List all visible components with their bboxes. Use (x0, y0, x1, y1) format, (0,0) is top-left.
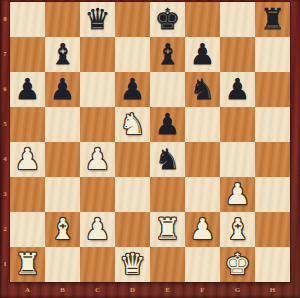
square-c3[interactable] (80, 177, 115, 212)
square-h2[interactable] (255, 212, 290, 247)
square-a6[interactable]: ♟ (10, 72, 45, 107)
chess-board[interactable]: ♛♚♜♝♝♟♟♟♟♞♟♞♟♟♟♞♟♝♟♜♟♝♜♛♚ (10, 2, 290, 282)
piece-white-rook[interactable]: ♜ (10, 247, 45, 282)
rank-label-5: 5 (0, 107, 10, 142)
piece-black-pawn[interactable]: ♟ (115, 72, 150, 107)
piece-black-knight[interactable]: ♞ (150, 142, 185, 177)
square-e8[interactable]: ♚ (150, 2, 185, 37)
square-e6[interactable] (150, 72, 185, 107)
square-b8[interactable] (45, 2, 80, 37)
square-b1[interactable] (45, 247, 80, 282)
square-g2[interactable]: ♝ (220, 212, 255, 247)
square-h5[interactable] (255, 107, 290, 142)
square-g5[interactable] (220, 107, 255, 142)
square-h6[interactable] (255, 72, 290, 107)
rank-label-3: 3 (0, 177, 10, 212)
square-e4[interactable]: ♞ (150, 142, 185, 177)
square-a3[interactable] (10, 177, 45, 212)
square-d3[interactable] (115, 177, 150, 212)
piece-white-bishop[interactable]: ♝ (45, 212, 80, 247)
piece-white-bishop[interactable]: ♝ (220, 212, 255, 247)
piece-black-pawn[interactable]: ♟ (45, 72, 80, 107)
piece-black-pawn[interactable]: ♟ (220, 72, 255, 107)
piece-black-pawn[interactable]: ♟ (185, 37, 220, 72)
square-b7[interactable]: ♝ (45, 37, 80, 72)
square-b6[interactable]: ♟ (45, 72, 80, 107)
square-f5[interactable] (185, 107, 220, 142)
square-h4[interactable] (255, 142, 290, 177)
square-d5[interactable]: ♞ (115, 107, 150, 142)
piece-black-pawn[interactable]: ♟ (10, 72, 45, 107)
piece-white-pawn[interactable]: ♟ (80, 142, 115, 177)
square-g7[interactable] (220, 37, 255, 72)
square-h1[interactable] (255, 247, 290, 282)
square-a4[interactable]: ♟ (10, 142, 45, 177)
square-f6[interactable]: ♞ (185, 72, 220, 107)
file-label-b: B (45, 283, 80, 298)
piece-black-rook[interactable]: ♜ (255, 2, 290, 37)
square-f4[interactable] (185, 142, 220, 177)
square-f1[interactable] (185, 247, 220, 282)
piece-black-bishop[interactable]: ♝ (45, 37, 80, 72)
square-h7[interactable] (255, 37, 290, 72)
square-f2[interactable]: ♟ (185, 212, 220, 247)
rank-label-8: 8 (0, 2, 10, 37)
piece-white-rook[interactable]: ♜ (150, 212, 185, 247)
file-label-f: F (185, 283, 220, 298)
square-g3[interactable]: ♟ (220, 177, 255, 212)
square-d1[interactable]: ♛ (115, 247, 150, 282)
square-h8[interactable]: ♜ (255, 2, 290, 37)
square-b5[interactable] (45, 107, 80, 142)
file-labels: ABCDEFGH (10, 283, 290, 298)
square-c4[interactable]: ♟ (80, 142, 115, 177)
piece-white-pawn[interactable]: ♟ (80, 212, 115, 247)
square-b3[interactable] (45, 177, 80, 212)
square-f8[interactable] (185, 2, 220, 37)
square-a8[interactable] (10, 2, 45, 37)
square-e5[interactable]: ♟ (150, 107, 185, 142)
square-d7[interactable] (115, 37, 150, 72)
square-f7[interactable]: ♟ (185, 37, 220, 72)
file-label-e: E (150, 283, 185, 298)
square-e1[interactable] (150, 247, 185, 282)
piece-white-knight[interactable]: ♞ (115, 107, 150, 142)
file-label-d: D (115, 283, 150, 298)
square-g8[interactable] (220, 2, 255, 37)
square-g4[interactable] (220, 142, 255, 177)
piece-black-bishop[interactable]: ♝ (150, 37, 185, 72)
piece-white-queen[interactable]: ♛ (115, 247, 150, 282)
square-a2[interactable] (10, 212, 45, 247)
piece-white-pawn[interactable]: ♟ (185, 212, 220, 247)
piece-black-king[interactable]: ♚ (150, 2, 185, 37)
piece-white-king[interactable]: ♚ (220, 247, 255, 282)
square-d2[interactable] (115, 212, 150, 247)
square-c7[interactable] (80, 37, 115, 72)
piece-black-queen[interactable]: ♛ (80, 2, 115, 37)
square-a5[interactable] (10, 107, 45, 142)
square-g6[interactable]: ♟ (220, 72, 255, 107)
piece-black-pawn[interactable]: ♟ (150, 107, 185, 142)
rank-label-1: 1 (0, 247, 10, 282)
piece-black-knight[interactable]: ♞ (185, 72, 220, 107)
file-label-h: H (255, 283, 290, 298)
file-label-g: G (220, 283, 255, 298)
square-a1[interactable]: ♜ (10, 247, 45, 282)
square-d8[interactable] (115, 2, 150, 37)
rank-label-4: 4 (0, 142, 10, 177)
square-d6[interactable]: ♟ (115, 72, 150, 107)
square-g1[interactable]: ♚ (220, 247, 255, 282)
square-e3[interactable] (150, 177, 185, 212)
square-f3[interactable] (185, 177, 220, 212)
square-h3[interactable] (255, 177, 290, 212)
square-b2[interactable]: ♝ (45, 212, 80, 247)
square-c5[interactable] (80, 107, 115, 142)
square-d4[interactable] (115, 142, 150, 177)
square-c6[interactable] (80, 72, 115, 107)
rank-label-2: 2 (0, 212, 10, 247)
square-e2[interactable]: ♜ (150, 212, 185, 247)
square-c1[interactable] (80, 247, 115, 282)
rank-label-7: 7 (0, 37, 10, 72)
rank-labels: 87654321 (0, 2, 10, 282)
square-a7[interactable] (10, 37, 45, 72)
board-frame: 87654321 ♛♚♜♝♝♟♟♟♟♞♟♞♟♟♟♞♟♝♟♜♟♝♜♛♚ ABCDE… (0, 0, 300, 298)
square-b4[interactable] (45, 142, 80, 177)
square-e7[interactable]: ♝ (150, 37, 185, 72)
piece-white-pawn[interactable]: ♟ (220, 177, 255, 212)
piece-white-pawn[interactable]: ♟ (10, 142, 45, 177)
square-c2[interactable]: ♟ (80, 212, 115, 247)
file-label-a: A (10, 283, 45, 298)
square-c8[interactable]: ♛ (80, 2, 115, 37)
file-label-c: C (80, 283, 115, 298)
rank-label-6: 6 (0, 72, 10, 107)
